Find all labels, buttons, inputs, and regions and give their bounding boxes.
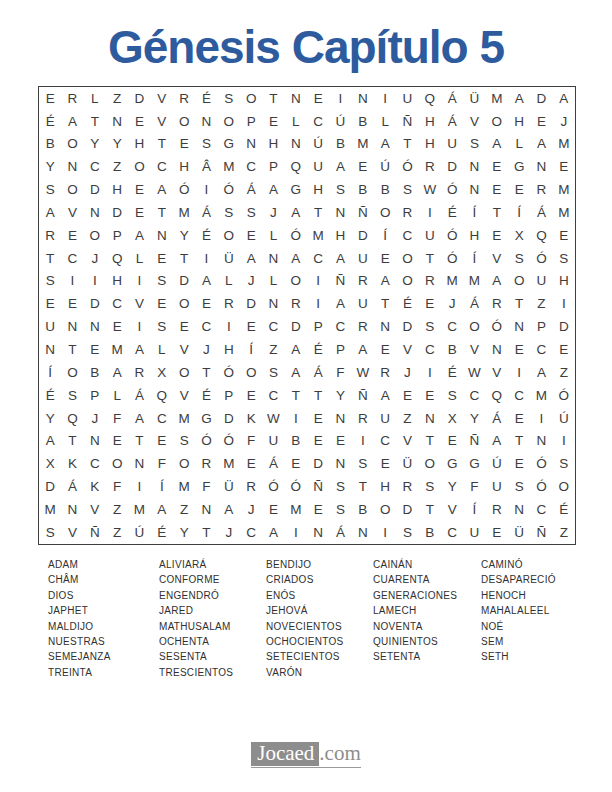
grid-cell-r20c14[interactable]: Á: [329, 521, 351, 544]
grid-cell-r7c22[interactable]: X: [508, 224, 530, 247]
grid-cell-r7c14[interactable]: H: [329, 224, 351, 247]
grid-cell-r18c17[interactable]: R: [396, 475, 418, 498]
grid-cell-r3c14[interactable]: B: [329, 133, 351, 156]
grid-cell-r9c14[interactable]: Ñ: [329, 270, 351, 293]
grid-cell-r17c10[interactable]: E: [240, 453, 262, 476]
grid-cell-r17c22[interactable]: E: [508, 453, 530, 476]
grid-cell-r9c21[interactable]: A: [486, 270, 508, 293]
grid-cell-r1c2[interactable]: R: [61, 87, 83, 110]
grid-cell-r18c22[interactable]: S: [508, 475, 530, 498]
grid-cell-r11c11[interactable]: C: [262, 316, 284, 339]
grid-cell-r15c1[interactable]: Y: [39, 407, 61, 430]
grid-cell-r17c3[interactable]: C: [84, 453, 106, 476]
grid-cell-r13c3[interactable]: B: [84, 361, 106, 384]
word-item[interactable]: ALIVIARÁ: [159, 557, 233, 572]
grid-cell-r4c9[interactable]: M: [218, 156, 240, 179]
grid-cell-r14c13[interactable]: T: [307, 384, 329, 407]
grid-cell-r20c9[interactable]: J: [218, 521, 240, 544]
grid-cell-r16c19[interactable]: E: [441, 430, 463, 453]
grid-cell-r1c18[interactable]: Q: [419, 87, 441, 110]
grid-cell-r18c13[interactable]: Ñ: [307, 475, 329, 498]
grid-cell-r7c16[interactable]: Í: [374, 224, 396, 247]
grid-cell-r7c20[interactable]: H: [463, 224, 485, 247]
grid-cell-r6c23[interactable]: Á: [530, 201, 552, 224]
grid-cell-r7c2[interactable]: E: [61, 224, 83, 247]
grid-cell-r9c19[interactable]: M: [441, 270, 463, 293]
grid-cell-r18c14[interactable]: S: [329, 475, 351, 498]
grid-cell-r13c13[interactable]: Á: [307, 361, 329, 384]
grid-cell-r17c2[interactable]: K: [61, 453, 83, 476]
grid-cell-r15c12[interactable]: I: [285, 407, 307, 430]
grid-cell-r19c22[interactable]: N: [508, 498, 530, 521]
grid-cell-r15c14[interactable]: N: [329, 407, 351, 430]
grid-cell-r11c8[interactable]: C: [195, 316, 217, 339]
grid-cell-r13c23[interactable]: A: [530, 361, 552, 384]
grid-cell-r6c20[interactable]: Í: [463, 201, 485, 224]
word-item[interactable]: OCHOCIENTOS: [266, 634, 344, 649]
grid-cell-r9c6[interactable]: S: [151, 270, 173, 293]
grid-cell-r11c1[interactable]: U: [39, 316, 61, 339]
grid-cell-r7c7[interactable]: Y: [173, 224, 195, 247]
grid-cell-r8c8[interactable]: I: [195, 247, 217, 270]
grid-cell-r13c18[interactable]: I: [419, 361, 441, 384]
grid-cell-r9c2[interactable]: I: [61, 270, 83, 293]
grid-cell-r20c20[interactable]: U: [463, 521, 485, 544]
word-item[interactable]: OCHENTA: [159, 634, 233, 649]
grid-cell-r9c11[interactable]: L: [262, 270, 284, 293]
grid-cell-r1c7[interactable]: R: [173, 87, 195, 110]
grid-cell-r5c10[interactable]: Á: [240, 178, 262, 201]
grid-cell-r8c22[interactable]: S: [508, 247, 530, 270]
grid-cell-r15c9[interactable]: D: [218, 407, 240, 430]
grid-cell-r14c7[interactable]: V: [173, 384, 195, 407]
grid-cell-r4c17[interactable]: Ó: [396, 156, 418, 179]
grid-cell-r18c5[interactable]: I: [128, 475, 150, 498]
grid-cell-r20c13[interactable]: N: [307, 521, 329, 544]
grid-cell-r5c19[interactable]: Ó: [441, 178, 463, 201]
grid-cell-r18c4[interactable]: F: [106, 475, 128, 498]
grid-cell-r20c17[interactable]: S: [396, 521, 418, 544]
grid-cell-r17c7[interactable]: O: [173, 453, 195, 476]
grid-cell-r13c4[interactable]: A: [106, 361, 128, 384]
grid-cell-r5c11[interactable]: A: [262, 178, 284, 201]
grid-cell-r13c7[interactable]: O: [173, 361, 195, 384]
word-item[interactable]: SEMEJANZA: [48, 649, 111, 664]
grid-cell-r11c14[interactable]: C: [329, 316, 351, 339]
grid-cell-r5c3[interactable]: D: [84, 178, 106, 201]
grid-cell-r17c21[interactable]: Ú: [486, 453, 508, 476]
grid-cell-r2c7[interactable]: O: [173, 110, 195, 133]
grid-cell-r7c13[interactable]: M: [307, 224, 329, 247]
grid-cell-r18c7[interactable]: M: [173, 475, 195, 498]
grid-cell-r8c18[interactable]: T: [419, 247, 441, 270]
word-item[interactable]: GENERACIONES: [373, 588, 457, 603]
grid-cell-r8c12[interactable]: A: [285, 247, 307, 270]
grid-cell-r10c6[interactable]: E: [151, 293, 173, 316]
grid-cell-r16c24[interactable]: I: [553, 430, 575, 453]
grid-cell-r18c20[interactable]: F: [463, 475, 485, 498]
grid-cell-r12c2[interactable]: T: [61, 338, 83, 361]
word-item[interactable]: SETH: [481, 649, 556, 664]
grid-cell-r5c5[interactable]: E: [128, 178, 150, 201]
grid-cell-r3c13[interactable]: Ú: [307, 133, 329, 156]
grid-cell-r15c17[interactable]: Z: [396, 407, 418, 430]
grid-cell-r18c3[interactable]: K: [84, 475, 106, 498]
grid-cell-r15c2[interactable]: Q: [61, 407, 83, 430]
grid-cell-r18c21[interactable]: U: [486, 475, 508, 498]
grid-cell-r8c21[interactable]: V: [486, 247, 508, 270]
grid-cell-r3c9[interactable]: G: [218, 133, 240, 156]
grid-cell-r19c14[interactable]: S: [329, 498, 351, 521]
grid-cell-r20c16[interactable]: I: [374, 521, 396, 544]
grid-cell-r11c2[interactable]: N: [61, 316, 83, 339]
grid-cell-r4c14[interactable]: A: [329, 156, 351, 179]
grid-cell-r19c10[interactable]: J: [240, 498, 262, 521]
grid-cell-r6c18[interactable]: I: [419, 201, 441, 224]
grid-cell-r6c10[interactable]: S: [240, 201, 262, 224]
grid-cell-r4c19[interactable]: D: [441, 156, 463, 179]
grid-cell-r20c7[interactable]: Y: [173, 521, 195, 544]
grid-cell-r6c13[interactable]: T: [307, 201, 329, 224]
grid-cell-r7c3[interactable]: O: [84, 224, 106, 247]
grid-cell-r8c23[interactable]: Ó: [530, 247, 552, 270]
grid-cell-r5c20[interactable]: N: [463, 178, 485, 201]
grid-cell-r14c6[interactable]: Q: [151, 384, 173, 407]
grid-cell-r16c2[interactable]: T: [61, 430, 83, 453]
grid-cell-r19c9[interactable]: A: [218, 498, 240, 521]
grid-cell-r3c17[interactable]: T: [396, 133, 418, 156]
grid-cell-r13c24[interactable]: Z: [553, 361, 575, 384]
grid-cell-r16c6[interactable]: E: [151, 430, 173, 453]
grid-cell-r16c7[interactable]: S: [173, 430, 195, 453]
grid-cell-r18c10[interactable]: R: [240, 475, 262, 498]
grid-cell-r8c4[interactable]: Q: [106, 247, 128, 270]
grid-cell-r11c7[interactable]: E: [173, 316, 195, 339]
grid-cell-r18c11[interactable]: Ó: [262, 475, 284, 498]
grid-cell-r12c1[interactable]: N: [39, 338, 61, 361]
grid-cell-r20c5[interactable]: Ú: [128, 521, 150, 544]
word-item[interactable]: JEHOVÁ: [266, 603, 344, 618]
grid-cell-r1c15[interactable]: N: [352, 87, 374, 110]
grid-cell-r3c2[interactable]: O: [61, 133, 83, 156]
grid-cell-r5c16[interactable]: B: [374, 178, 396, 201]
grid-cell-r7c17[interactable]: C: [396, 224, 418, 247]
grid-cell-r17c18[interactable]: O: [419, 453, 441, 476]
grid-cell-r18c15[interactable]: T: [352, 475, 374, 498]
grid-cell-r10c20[interactable]: Á: [463, 293, 485, 316]
grid-cell-r8c11[interactable]: N: [262, 247, 284, 270]
grid-cell-r8c15[interactable]: U: [352, 247, 374, 270]
grid-cell-r2c8[interactable]: N: [195, 110, 217, 133]
grid-cell-r1c9[interactable]: S: [218, 87, 240, 110]
grid-cell-r16c13[interactable]: E: [307, 430, 329, 453]
grid-cell-r20c3[interactable]: Ñ: [84, 521, 106, 544]
grid-cell-r5c21[interactable]: E: [486, 178, 508, 201]
grid-cell-r6c5[interactable]: E: [128, 201, 150, 224]
grid-cell-r13c15[interactable]: W: [352, 361, 374, 384]
grid-cell-r2c3[interactable]: T: [84, 110, 106, 133]
word-item[interactable]: CAMINÓ: [481, 557, 556, 572]
grid-cell-r15c23[interactable]: I: [530, 407, 552, 430]
grid-cell-r19c8[interactable]: N: [195, 498, 217, 521]
word-item[interactable]: NOVENTA: [373, 619, 457, 634]
grid-cell-r13c8[interactable]: T: [195, 361, 217, 384]
grid-cell-r19c4[interactable]: Z: [106, 498, 128, 521]
grid-cell-r10c10[interactable]: D: [240, 293, 262, 316]
grid-cell-r2c9[interactable]: O: [218, 110, 240, 133]
grid-cell-r13c14[interactable]: F: [329, 361, 351, 384]
grid-cell-r11c9[interactable]: I: [218, 316, 240, 339]
grid-cell-r2c12[interactable]: L: [285, 110, 307, 133]
grid-cell-r10c9[interactable]: R: [218, 293, 240, 316]
grid-cell-r1c17[interactable]: U: [396, 87, 418, 110]
word-item[interactable]: DIOS: [48, 588, 111, 603]
grid-cell-r16c18[interactable]: T: [419, 430, 441, 453]
grid-cell-r2c13[interactable]: C: [307, 110, 329, 133]
grid-cell-r3c8[interactable]: S: [195, 133, 217, 156]
grid-cell-r5c6[interactable]: A: [151, 178, 173, 201]
grid-cell-r7c24[interactable]: E: [553, 224, 575, 247]
grid-cell-r7c15[interactable]: D: [352, 224, 374, 247]
grid-cell-r11c24[interactable]: D: [553, 316, 575, 339]
grid-cell-r2c4[interactable]: N: [106, 110, 128, 133]
grid-cell-r9c16[interactable]: A: [374, 270, 396, 293]
grid-cell-r7c5[interactable]: A: [128, 224, 150, 247]
grid-cell-r16c14[interactable]: E: [329, 430, 351, 453]
grid-cell-r19c1[interactable]: M: [39, 498, 61, 521]
grid-cell-r2c1[interactable]: É: [39, 110, 61, 133]
grid-cell-r15c13[interactable]: E: [307, 407, 329, 430]
word-item[interactable]: TRESCIENTOS: [159, 665, 233, 680]
grid-cell-r7c12[interactable]: Ó: [285, 224, 307, 247]
grid-cell-r12c24[interactable]: E: [553, 338, 575, 361]
grid-cell-r3c21[interactable]: A: [486, 133, 508, 156]
grid-cell-r13c11[interactable]: S: [262, 361, 284, 384]
grid-cell-r4c6[interactable]: C: [151, 156, 173, 179]
grid-cell-r11c3[interactable]: N: [84, 316, 106, 339]
grid-cell-r14c8[interactable]: É: [195, 384, 217, 407]
grid-cell-r5c17[interactable]: S: [396, 178, 418, 201]
grid-cell-r11c10[interactable]: E: [240, 316, 262, 339]
grid-cell-r6c19[interactable]: É: [441, 201, 463, 224]
grid-cell-r1c10[interactable]: O: [240, 87, 262, 110]
grid-cell-r14c14[interactable]: Y: [329, 384, 351, 407]
grid-cell-r4c18[interactable]: R: [419, 156, 441, 179]
grid-cell-r10c14[interactable]: A: [329, 293, 351, 316]
grid-cell-r10c11[interactable]: N: [262, 293, 284, 316]
grid-cell-r20c22[interactable]: Ü: [508, 521, 530, 544]
grid-cell-r9c9[interactable]: L: [218, 270, 240, 293]
grid-cell-r10c22[interactable]: T: [508, 293, 530, 316]
grid-cell-r8c13[interactable]: C: [307, 247, 329, 270]
grid-cell-r3c19[interactable]: U: [441, 133, 463, 156]
grid-cell-r13c22[interactable]: I: [508, 361, 530, 384]
grid-cell-r6c7[interactable]: M: [173, 201, 195, 224]
grid-cell-r15c21[interactable]: Á: [486, 407, 508, 430]
grid-cell-r5c24[interactable]: M: [553, 178, 575, 201]
grid-cell-r14c9[interactable]: P: [218, 384, 240, 407]
grid-cell-r3c20[interactable]: S: [463, 133, 485, 156]
grid-cell-r12c12[interactable]: A: [285, 338, 307, 361]
grid-cell-r4c1[interactable]: Y: [39, 156, 61, 179]
grid-cell-r5c2[interactable]: O: [61, 178, 83, 201]
grid-cell-r10c17[interactable]: É: [396, 293, 418, 316]
grid-cell-r1c8[interactable]: É: [195, 87, 217, 110]
grid-cell-r17c23[interactable]: Ó: [530, 453, 552, 476]
word-item[interactable]: ENGENDRÓ: [159, 588, 233, 603]
grid-cell-r4c7[interactable]: H: [173, 156, 195, 179]
word-item[interactable]: DESAPARECIÓ: [481, 572, 556, 587]
grid-cell-r4c21[interactable]: E: [486, 156, 508, 179]
grid-cell-r7c11[interactable]: L: [262, 224, 284, 247]
grid-cell-r15c6[interactable]: C: [151, 407, 173, 430]
grid-cell-r17c17[interactable]: Ü: [396, 453, 418, 476]
grid-cell-r17c8[interactable]: R: [195, 453, 217, 476]
grid-cell-r12c13[interactable]: É: [307, 338, 329, 361]
word-item[interactable]: CONFORME: [159, 572, 233, 587]
grid-cell-r20c24[interactable]: Z: [553, 521, 575, 544]
grid-cell-r15c7[interactable]: M: [173, 407, 195, 430]
grid-cell-r15c22[interactable]: E: [508, 407, 530, 430]
grid-cell-r3c12[interactable]: N: [285, 133, 307, 156]
grid-cell-r6c17[interactable]: R: [396, 201, 418, 224]
grid-cell-r2c17[interactable]: Ñ: [396, 110, 418, 133]
grid-cell-r11c19[interactable]: C: [441, 316, 463, 339]
grid-cell-r18c9[interactable]: Ü: [218, 475, 240, 498]
grid-cell-r11c17[interactable]: D: [396, 316, 418, 339]
grid-cell-r5c12[interactable]: G: [285, 178, 307, 201]
grid-cell-r5c22[interactable]: E: [508, 178, 530, 201]
grid-cell-r10c12[interactable]: R: [285, 293, 307, 316]
grid-cell-r16c8[interactable]: Ó: [195, 430, 217, 453]
grid-cell-r17c1[interactable]: X: [39, 453, 61, 476]
grid-cell-r7c4[interactable]: P: [106, 224, 128, 247]
grid-cell-r10c23[interactable]: Z: [530, 293, 552, 316]
grid-cell-r9c15[interactable]: R: [352, 270, 374, 293]
grid-cell-r16c15[interactable]: I: [352, 430, 374, 453]
grid-cell-r6c4[interactable]: D: [106, 201, 128, 224]
grid-cell-r13c16[interactable]: R: [374, 361, 396, 384]
grid-cell-r6c24[interactable]: M: [553, 201, 575, 224]
grid-cell-r13c9[interactable]: Ó: [218, 361, 240, 384]
grid-cell-r10c3[interactable]: D: [84, 293, 106, 316]
grid-cell-r8c1[interactable]: T: [39, 247, 61, 270]
grid-cell-r19c19[interactable]: V: [441, 498, 463, 521]
grid-cell-r19c6[interactable]: A: [151, 498, 173, 521]
grid-cell-r2c2[interactable]: A: [61, 110, 83, 133]
grid-cell-r16c20[interactable]: Ñ: [463, 430, 485, 453]
grid-cell-r4c2[interactable]: N: [61, 156, 83, 179]
grid-cell-r2c22[interactable]: H: [508, 110, 530, 133]
grid-cell-r6c14[interactable]: N: [329, 201, 351, 224]
grid-cell-r11c4[interactable]: E: [106, 316, 128, 339]
grid-cell-r16c21[interactable]: A: [486, 430, 508, 453]
grid-cell-r3c3[interactable]: Y: [84, 133, 106, 156]
grid-cell-r17c13[interactable]: D: [307, 453, 329, 476]
grid-cell-r20c11[interactable]: A: [262, 521, 284, 544]
grid-cell-r19c2[interactable]: N: [61, 498, 83, 521]
grid-cell-r10c15[interactable]: U: [352, 293, 374, 316]
grid-cell-r19c13[interactable]: E: [307, 498, 329, 521]
grid-cell-r10c2[interactable]: E: [61, 293, 83, 316]
grid-cell-r7c9[interactable]: O: [218, 224, 240, 247]
grid-cell-r1c21[interactable]: M: [486, 87, 508, 110]
grid-cell-r13c2[interactable]: O: [61, 361, 83, 384]
word-item[interactable]: LAMECH: [373, 603, 457, 618]
grid-cell-r7c6[interactable]: N: [151, 224, 173, 247]
grid-cell-r6c15[interactable]: Ñ: [352, 201, 374, 224]
word-item[interactable]: TREINTA: [48, 665, 111, 680]
grid-cell-r4c20[interactable]: N: [463, 156, 485, 179]
grid-cell-r16c5[interactable]: T: [128, 430, 150, 453]
grid-cell-r16c16[interactable]: C: [374, 430, 396, 453]
grid-cell-r17c4[interactable]: O: [106, 453, 128, 476]
grid-cell-r10c13[interactable]: I: [307, 293, 329, 316]
grid-cell-r14c16[interactable]: A: [374, 384, 396, 407]
grid-cell-r2c5[interactable]: E: [128, 110, 150, 133]
grid-cell-r11c22[interactable]: N: [508, 316, 530, 339]
word-item[interactable]: CRIADOS: [266, 572, 344, 587]
word-item[interactable]: CAINÁN: [373, 557, 457, 572]
grid-cell-r19c18[interactable]: T: [419, 498, 441, 521]
grid-cell-r9c8[interactable]: A: [195, 270, 217, 293]
grid-cell-r2c6[interactable]: V: [151, 110, 173, 133]
grid-cell-r12c5[interactable]: A: [128, 338, 150, 361]
grid-cell-r20c10[interactable]: C: [240, 521, 262, 544]
grid-cell-r4c16[interactable]: Ú: [374, 156, 396, 179]
grid-cell-r8c20[interactable]: Í: [463, 247, 485, 270]
grid-cell-r11c12[interactable]: D: [285, 316, 307, 339]
grid-cell-r12c17[interactable]: V: [396, 338, 418, 361]
grid-cell-r9c18[interactable]: R: [419, 270, 441, 293]
grid-cell-r4c24[interactable]: E: [553, 156, 575, 179]
grid-cell-r20c15[interactable]: N: [352, 521, 374, 544]
grid-cell-r5c18[interactable]: W: [419, 178, 441, 201]
word-item[interactable]: MATHUSALAM: [159, 619, 233, 634]
grid-cell-r7c19[interactable]: Ó: [441, 224, 463, 247]
grid-cell-r5c15[interactable]: B: [352, 178, 374, 201]
grid-cell-r1c16[interactable]: I: [374, 87, 396, 110]
grid-cell-r17c12[interactable]: E: [285, 453, 307, 476]
grid-cell-r18c8[interactable]: F: [195, 475, 217, 498]
grid-cell-r20c6[interactable]: É: [151, 521, 173, 544]
grid-cell-r9c7[interactable]: D: [173, 270, 195, 293]
grid-cell-r15c10[interactable]: K: [240, 407, 262, 430]
grid-cell-r10c7[interactable]: O: [173, 293, 195, 316]
grid-cell-r6c3[interactable]: N: [84, 201, 106, 224]
grid-cell-r14c17[interactable]: E: [396, 384, 418, 407]
grid-cell-r8c2[interactable]: C: [61, 247, 83, 270]
grid-cell-r6c11[interactable]: J: [262, 201, 284, 224]
grid-cell-r19c7[interactable]: Z: [173, 498, 195, 521]
grid-cell-r12c8[interactable]: J: [195, 338, 217, 361]
grid-cell-r4c3[interactable]: C: [84, 156, 106, 179]
grid-cell-r7c21[interactable]: E: [486, 224, 508, 247]
grid-cell-r7c18[interactable]: U: [419, 224, 441, 247]
grid-cell-r11c21[interactable]: Ó: [486, 316, 508, 339]
grid-cell-r6c9[interactable]: S: [218, 201, 240, 224]
grid-cell-r9c12[interactable]: O: [285, 270, 307, 293]
grid-cell-r18c18[interactable]: S: [419, 475, 441, 498]
grid-cell-r10c8[interactable]: E: [195, 293, 217, 316]
word-item[interactable]: ADAM: [48, 557, 111, 572]
grid-cell-r10c18[interactable]: E: [419, 293, 441, 316]
grid-cell-r5c14[interactable]: S: [329, 178, 351, 201]
grid-cell-r16c3[interactable]: N: [84, 430, 106, 453]
grid-cell-r2c10[interactable]: P: [240, 110, 262, 133]
grid-cell-r2c19[interactable]: Á: [441, 110, 463, 133]
grid-cell-r20c12[interactable]: I: [285, 521, 307, 544]
